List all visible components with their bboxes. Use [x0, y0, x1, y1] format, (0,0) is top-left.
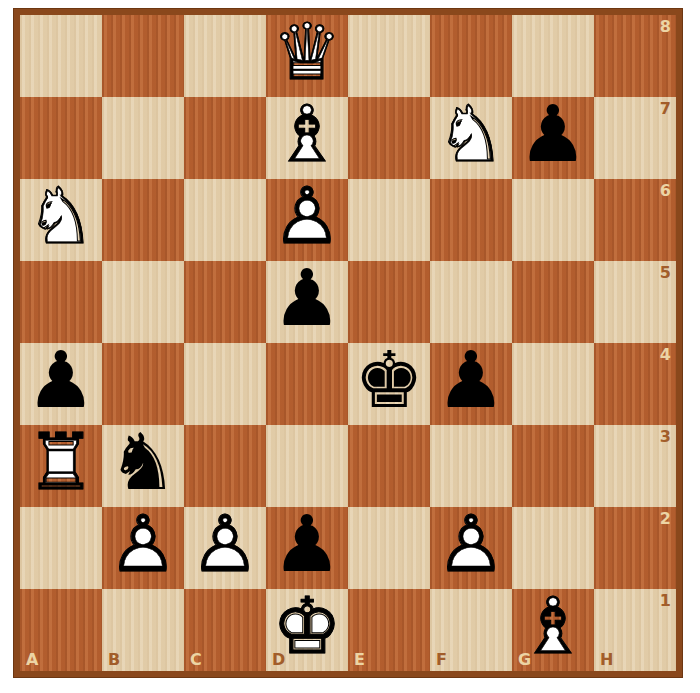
piece-glyph: ♟ — [430, 339, 512, 421]
square-g3[interactable] — [512, 425, 594, 507]
square-a8[interactable] — [20, 15, 102, 97]
square-c4[interactable] — [184, 343, 266, 425]
file-label-g: G — [518, 652, 531, 668]
square-c8[interactable] — [184, 15, 266, 97]
square-c1[interactable]: C — [184, 589, 266, 671]
piece-white-queen-d8[interactable]: ♛♕ — [266, 15, 348, 97]
piece-black-king-e4[interactable]: ♚ — [348, 343, 430, 425]
square-d2[interactable]: ♟ — [266, 507, 348, 589]
piece-glyph: ♟ — [266, 257, 348, 339]
square-e2[interactable] — [348, 507, 430, 589]
square-g8[interactable] — [512, 15, 594, 97]
square-e8[interactable] — [348, 15, 430, 97]
file-label-a: A — [26, 652, 38, 668]
square-a1[interactable]: A — [20, 589, 102, 671]
piece-glyph: ♟ — [512, 93, 594, 175]
square-c3[interactable] — [184, 425, 266, 507]
piece-glyph: ♞ — [102, 421, 184, 503]
square-h4[interactable]: 4 — [594, 343, 676, 425]
square-h2[interactable]: 2 — [594, 507, 676, 589]
square-g6[interactable] — [512, 179, 594, 261]
square-b7[interactable] — [102, 97, 184, 179]
square-d7[interactable]: ♝♗ — [266, 97, 348, 179]
piece-outline-layer: ♙ — [266, 175, 348, 257]
square-h7[interactable]: 7 — [594, 97, 676, 179]
square-e3[interactable] — [348, 425, 430, 507]
piece-black-pawn-d2[interactable]: ♟ — [266, 507, 348, 589]
square-b5[interactable] — [102, 261, 184, 343]
piece-white-pawn-f2[interactable]: ♟♙ — [430, 507, 512, 589]
square-c2[interactable]: ♟♙ — [184, 507, 266, 589]
square-g7[interactable]: ♟ — [512, 97, 594, 179]
square-a2[interactable] — [20, 507, 102, 589]
square-g1[interactable]: G♝♗ — [512, 589, 594, 671]
square-f7[interactable]: ♞♘ — [430, 97, 512, 179]
square-b1[interactable]: B — [102, 589, 184, 671]
square-e7[interactable] — [348, 97, 430, 179]
rank-label-5: 5 — [660, 265, 671, 281]
square-b4[interactable] — [102, 343, 184, 425]
square-f2[interactable]: ♟♙ — [430, 507, 512, 589]
square-c6[interactable] — [184, 179, 266, 261]
square-h8[interactable]: 8 — [594, 15, 676, 97]
file-label-h: H — [600, 652, 613, 668]
piece-outline-layer: ♘ — [20, 175, 102, 257]
rank-label-7: 7 — [660, 101, 671, 117]
square-b3[interactable]: ♞ — [102, 425, 184, 507]
square-e1[interactable]: E — [348, 589, 430, 671]
square-g4[interactable] — [512, 343, 594, 425]
square-f3[interactable] — [430, 425, 512, 507]
square-d5[interactable]: ♟ — [266, 261, 348, 343]
piece-outline-layer: ♗ — [266, 93, 348, 175]
square-a5[interactable] — [20, 261, 102, 343]
square-g2[interactable] — [512, 507, 594, 589]
file-label-d: D — [272, 652, 285, 668]
square-h5[interactable]: 5 — [594, 261, 676, 343]
piece-outline-layer: ♙ — [430, 503, 512, 585]
square-e4[interactable]: ♚ — [348, 343, 430, 425]
piece-black-pawn-a4[interactable]: ♟ — [20, 343, 102, 425]
square-h3[interactable]: 3 — [594, 425, 676, 507]
square-f8[interactable] — [430, 15, 512, 97]
file-label-f: F — [436, 652, 447, 668]
chess-board: ♛♕8♝♗♞♘♟7♞♘♟♙6♟5♟♚♟4♜♖♞3♟♙♟♙♟♟♙2ABCD♚♔EF… — [20, 15, 676, 671]
square-a3[interactable]: ♜♖ — [20, 425, 102, 507]
square-h1[interactable]: 1H — [594, 589, 676, 671]
chess-board-frame: ♛♕8♝♗♞♘♟7♞♘♟♙6♟5♟♚♟4♜♖♞3♟♙♟♙♟♟♙2ABCD♚♔EF… — [14, 9, 682, 677]
square-a4[interactable]: ♟ — [20, 343, 102, 425]
square-a7[interactable] — [20, 97, 102, 179]
square-a6[interactable]: ♞♘ — [20, 179, 102, 261]
square-e5[interactable] — [348, 261, 430, 343]
rank-label-8: 8 — [660, 19, 671, 35]
rank-label-1: 1 — [660, 593, 671, 609]
piece-black-pawn-f4[interactable]: ♟ — [430, 343, 512, 425]
piece-white-knight-a6[interactable]: ♞♘ — [20, 179, 102, 261]
square-g5[interactable] — [512, 261, 594, 343]
piece-glyph: ♟ — [266, 503, 348, 585]
square-c5[interactable] — [184, 261, 266, 343]
square-d6[interactable]: ♟♙ — [266, 179, 348, 261]
square-d3[interactable] — [266, 425, 348, 507]
square-b2[interactable]: ♟♙ — [102, 507, 184, 589]
file-label-b: B — [108, 652, 120, 668]
piece-glyph: ♚ — [348, 339, 430, 421]
square-b8[interactable] — [102, 15, 184, 97]
rank-label-6: 6 — [660, 183, 671, 199]
piece-white-pawn-b2[interactable]: ♟♙ — [102, 507, 184, 589]
piece-black-pawn-d5[interactable]: ♟ — [266, 261, 348, 343]
piece-black-pawn-g7[interactable]: ♟ — [512, 97, 594, 179]
square-d4[interactable] — [266, 343, 348, 425]
square-d8[interactable]: ♛♕ — [266, 15, 348, 97]
rank-label-4: 4 — [660, 347, 671, 363]
square-f5[interactable] — [430, 261, 512, 343]
piece-white-knight-f7[interactable]: ♞♘ — [430, 97, 512, 179]
file-label-e: E — [354, 652, 365, 668]
square-f4[interactable]: ♟ — [430, 343, 512, 425]
file-label-c: C — [190, 652, 202, 668]
square-e6[interactable] — [348, 179, 430, 261]
piece-outline-layer: ♘ — [430, 93, 512, 175]
piece-glyph: ♟ — [20, 339, 102, 421]
piece-white-bishop-d7[interactable]: ♝♗ — [266, 97, 348, 179]
piece-white-pawn-c2[interactable]: ♟♙ — [184, 507, 266, 589]
piece-outline-layer: ♙ — [102, 503, 184, 585]
piece-white-rook-a3[interactable]: ♜♖ — [20, 425, 102, 507]
square-d1[interactable]: D♚♔ — [266, 589, 348, 671]
square-f1[interactable]: F — [430, 589, 512, 671]
square-b6[interactable] — [102, 179, 184, 261]
rank-label-2: 2 — [660, 511, 671, 527]
piece-white-pawn-d6[interactable]: ♟♙ — [266, 179, 348, 261]
piece-outline-layer: ♙ — [184, 503, 266, 585]
piece-outline-layer: ♖ — [20, 421, 102, 503]
square-c7[interactable] — [184, 97, 266, 179]
square-h6[interactable]: 6 — [594, 179, 676, 261]
rank-label-3: 3 — [660, 429, 671, 445]
piece-outline-layer: ♕ — [266, 11, 348, 93]
square-f6[interactable] — [430, 179, 512, 261]
piece-black-knight-b3[interactable]: ♞ — [102, 425, 184, 507]
